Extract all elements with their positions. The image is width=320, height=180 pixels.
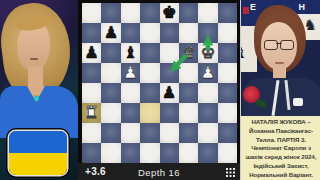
square-a8[interactable] [82,3,101,23]
chess-board[interactable]: ♚♟♟♝♛♚♟♟♟♜ [82,3,237,163]
square-d5[interactable] [140,63,159,83]
square-e7[interactable] [160,23,179,43]
glasses-left-lens [264,40,278,50]
ukraine-flag-blue [9,131,67,153]
black-bishop-piece[interactable]: ♝ [121,43,140,63]
engine-depth: Depth 16 [78,167,240,178]
black-king-piece[interactable]: ♚ [160,3,179,23]
square-b6[interactable] [101,43,120,63]
square-a6[interactable]: ♟ [82,43,101,63]
caption-line-5: шахів серед жінок 2024, [241,153,320,162]
white-rook-piece[interactable]: ♜ [82,103,101,123]
square-e6[interactable] [160,43,179,63]
square-g2[interactable] [198,123,217,143]
caption-line-4: Чемпіонат Європи з [241,144,320,153]
banner-letter-n: Н [299,2,306,12]
right-woman-mouth [275,62,284,64]
black-pawn-b7-piece[interactable]: ♟ [101,23,120,43]
banner-red-mark [243,7,249,14]
square-a7[interactable] [82,23,101,43]
square-d7[interactable] [140,23,159,43]
square-b7[interactable]: ♟ [101,23,120,43]
square-c5[interactable]: ♟ [121,63,140,83]
bishop-silhouette-icon: ♝ [240,44,247,62]
square-f1[interactable] [179,143,198,163]
square-e1[interactable] [160,143,179,163]
square-h6[interactable] [218,43,237,63]
square-d4[interactable] [140,83,159,103]
caption-line-7: Нормальний Варіант. [241,171,320,180]
square-g5[interactable]: ♟ [198,63,217,83]
square-d6[interactable] [140,43,159,63]
knight-silhouette-icon: ♞ [304,16,317,34]
square-b2[interactable] [101,123,120,143]
square-f4[interactable] [179,83,198,103]
square-c2[interactable] [121,123,140,143]
square-b3[interactable] [101,103,120,123]
square-h5[interactable] [218,63,237,83]
square-h2[interactable] [218,123,237,143]
square-c3[interactable] [121,103,140,123]
square-g7[interactable] [198,23,217,43]
square-f6[interactable]: ♛ [179,43,198,63]
square-g6[interactable]: ♚ [198,43,217,63]
square-h7[interactable] [218,23,237,43]
square-g1[interactable] [198,143,217,163]
banner-letter-e: Е [250,2,256,12]
square-b8[interactable] [101,3,120,23]
ukraine-flag [9,131,67,175]
square-e5[interactable] [160,63,179,83]
square-b5[interactable] [101,63,120,83]
square-e4[interactable]: ♟ [160,83,179,103]
square-g3[interactable] [198,103,217,123]
square-f7[interactable] [179,23,198,43]
square-c4[interactable] [121,83,140,103]
engine-eval-bar: +3.6 Depth 16 [78,163,240,180]
glasses-right-lens [280,40,294,50]
square-b4[interactable] [101,83,120,103]
necklace-pendant [34,96,39,101]
white-queen-piece[interactable]: ♛ [179,43,198,63]
caption-line-3: Телла. ПАРТІЯ 3. [241,136,320,145]
black-pawn-e4-piece[interactable]: ♟ [160,83,179,103]
white-king-piece[interactable]: ♚ [198,43,217,63]
square-a3[interactable]: ♜ [82,103,101,123]
square-d3[interactable] [140,103,159,123]
square-e3[interactable] [160,103,179,123]
square-d2[interactable] [140,123,159,143]
shirt-emblem [293,98,303,106]
square-e2[interactable] [160,123,179,143]
square-c8[interactable] [121,3,140,23]
square-h4[interactable] [218,83,237,103]
caption-line-6: Індійський Захист, [241,162,320,171]
square-c7[interactable] [121,23,140,43]
ukraine-flag-yellow [9,153,67,175]
square-e8[interactable]: ♚ [160,3,179,23]
white-pawn-g5-piece[interactable]: ♟ [198,63,217,83]
square-f8[interactable] [179,3,198,23]
square-g4[interactable] [198,83,217,103]
left-woman-mouth [30,58,38,60]
square-a1[interactable] [82,143,101,163]
square-b1[interactable] [101,143,120,163]
square-h1[interactable] [218,143,237,163]
square-a2[interactable] [82,123,101,143]
caption-line-1: НАТАЛІЯ ЖУКОВА – [241,118,320,127]
left-woman-neck [28,66,43,88]
square-h8[interactable] [218,3,237,23]
left-photo-panel [0,0,78,180]
white-pawn-c5-piece[interactable]: ♟ [121,63,140,83]
square-f2[interactable] [179,123,198,143]
square-d8[interactable] [140,3,159,23]
square-c1[interactable] [121,143,140,163]
caption-line-2: Йоханна Паасікангас- [241,127,320,136]
square-a5[interactable] [82,63,101,83]
black-pawn-a6-piece[interactable]: ♟ [82,43,101,63]
grid-menu-icon[interactable] [226,168,228,170]
square-c6[interactable]: ♝ [121,43,140,63]
square-f3[interactable] [179,103,198,123]
glasses-icon [264,40,294,49]
video-thumbnail: ♚♟♟♝♛♚♟♟♟♜ +3.6 Depth 16 Е Н ♞ ♝ [0,0,320,180]
square-h3[interactable] [218,103,237,123]
square-d1[interactable] [140,143,159,163]
board-panel: ♚♟♟♝♛♚♟♟♟♜ +3.6 Depth 16 [78,0,240,180]
square-f5[interactable] [179,63,198,83]
square-g8[interactable] [198,3,217,23]
right-photo-panel: Е Н ♞ ♝ НАТАЛІЯ ЖУКОВА – Йоханна Паасіка… [240,0,320,180]
caption-box: НАТАЛІЯ ЖУКОВА – Йоханна Паасікангас- Те… [241,116,320,180]
square-a4[interactable] [82,83,101,103]
